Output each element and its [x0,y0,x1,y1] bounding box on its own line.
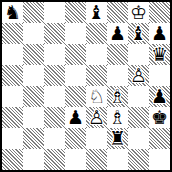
square-c6[interactable] [44,44,65,65]
square-e1[interactable] [86,149,107,170]
square-f6[interactable] [107,44,128,65]
square-h5[interactable] [149,65,170,86]
square-b1[interactable] [23,149,44,170]
square-b5[interactable] [23,65,44,86]
square-h1[interactable] [149,149,170,170]
square-h8[interactable] [149,2,170,23]
square-f8[interactable] [107,2,128,23]
black-pawn-icon: ♟ [149,23,170,44]
white-pawn-icon: ♟♙ [86,107,107,128]
square-b4[interactable] [23,86,44,107]
white-pawn-icon: ♟♙ [128,65,149,86]
square-g2[interactable] [128,128,149,149]
square-h4[interactable]: ♟ [149,86,170,107]
square-g3[interactable] [128,107,149,128]
square-c4[interactable] [44,86,65,107]
square-e2[interactable] [86,128,107,149]
square-f1[interactable] [107,149,128,170]
square-e7[interactable] [86,23,107,44]
square-c2[interactable] [44,128,65,149]
square-d4[interactable] [65,86,86,107]
black-pawn-icon: ♟ [65,107,86,128]
black-bishop-icon: ♝ [128,23,149,44]
white-king-icon: ♚♔ [128,2,149,23]
square-d7[interactable] [65,23,86,44]
square-a5[interactable] [2,65,23,86]
square-a4[interactable] [2,86,23,107]
square-e4[interactable]: ♞♘ [86,86,107,107]
square-h7[interactable]: ♟ [149,23,170,44]
square-h6[interactable]: ♛ [149,44,170,65]
square-a2[interactable] [2,128,23,149]
black-queen-icon: ♛ [149,44,170,65]
square-a7[interactable] [2,23,23,44]
square-g7[interactable]: ♝ [128,23,149,44]
white-bishop-icon: ♝♗ [107,107,128,128]
black-bishop-icon: ♝ [86,2,107,23]
square-b3[interactable] [23,107,44,128]
square-d6[interactable] [65,44,86,65]
square-g5[interactable]: ♟♙ [128,65,149,86]
square-c8[interactable] [44,2,65,23]
black-rook-icon: ♜ [107,128,128,149]
square-e8[interactable]: ♝ [86,2,107,23]
black-pawn-icon: ♟ [149,86,170,107]
square-c3[interactable] [44,107,65,128]
square-a3[interactable] [2,107,23,128]
chessboard[interactable]: ♞♝♚♔♟♝♟♛♟♙♞♘♝♗♟♟♟♙♝♗♚♜ [2,2,170,170]
square-g1[interactable] [128,149,149,170]
black-king-icon: ♚ [149,107,170,128]
square-f7[interactable]: ♟ [107,23,128,44]
square-b6[interactable] [23,44,44,65]
square-g6[interactable] [128,44,149,65]
square-f4[interactable]: ♝♗ [107,86,128,107]
square-a6[interactable] [2,44,23,65]
square-f2[interactable]: ♜ [107,128,128,149]
white-knight-icon: ♞♘ [86,86,107,107]
square-b7[interactable] [23,23,44,44]
square-b8[interactable] [23,2,44,23]
square-g8[interactable]: ♚♔ [128,2,149,23]
square-f5[interactable] [107,65,128,86]
square-d1[interactable] [65,149,86,170]
square-a8[interactable]: ♞ [2,2,23,23]
white-bishop-icon: ♝♗ [107,86,128,107]
square-d3[interactable]: ♟ [65,107,86,128]
square-a1[interactable] [2,149,23,170]
square-c5[interactable] [44,65,65,86]
square-g4[interactable] [128,86,149,107]
square-c7[interactable] [44,23,65,44]
black-pawn-icon: ♟ [107,23,128,44]
square-b2[interactable] [23,128,44,149]
square-f3[interactable]: ♝♗ [107,107,128,128]
square-e3[interactable]: ♟♙ [86,107,107,128]
square-e6[interactable] [86,44,107,65]
square-h2[interactable] [149,128,170,149]
square-h3[interactable]: ♚ [149,107,170,128]
square-d8[interactable] [65,2,86,23]
black-knight-icon: ♞ [2,2,23,23]
square-d2[interactable] [65,128,86,149]
square-e5[interactable] [86,65,107,86]
square-d5[interactable] [65,65,86,86]
chessboard-frame: ♞♝♚♔♟♝♟♛♟♙♞♘♝♗♟♟♟♙♝♗♚♜ [0,0,172,172]
square-c1[interactable] [44,149,65,170]
